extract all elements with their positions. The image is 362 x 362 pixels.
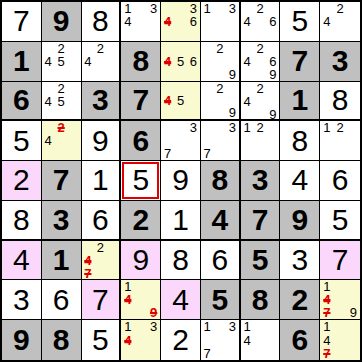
cell-value: 5 [132, 165, 149, 195]
candidate-7: 7 [201, 147, 214, 160]
cell-value: 2 [291, 285, 308, 315]
cell-r3c7[interactable]: 249 [241, 82, 281, 122]
empty-mark [347, 333, 360, 346]
candidate-3: 3 [147, 2, 160, 15]
cell-r7c8[interactable]: 3 [280, 241, 320, 281]
cell-value: 1 [291, 85, 308, 115]
pencil-marks: 137 [201, 320, 239, 360]
candidate-1: 1 [241, 320, 254, 333]
candidate-4: 4 [241, 95, 254, 108]
empty-mark [254, 347, 267, 360]
empty-mark [94, 267, 107, 280]
cell-r9c8[interactable]: 6 [280, 320, 320, 360]
empty-mark [134, 28, 147, 41]
cell-r6c6[interactable]: 4 [201, 201, 241, 241]
cell-r1c6[interactable]: 13 [201, 2, 241, 42]
pencil-marks: 37 [201, 121, 239, 160]
empty-mark [347, 121, 360, 134]
empty-mark [347, 15, 360, 28]
cell-r8c4[interactable]: 149 [121, 280, 161, 320]
cell-value: 8 [132, 46, 149, 76]
cell-r1c1[interactable]: 7 [2, 2, 42, 42]
candidate-3: 3 [226, 121, 239, 134]
empty-mark [213, 15, 226, 28]
cell-r2c5[interactable]: 456 [161, 42, 201, 82]
cell-r5c2[interactable]: 7 [42, 161, 82, 201]
cell-value: 2 [13, 165, 30, 195]
empty-mark [226, 15, 239, 28]
cell-value: 7 [132, 85, 149, 115]
empty-mark [94, 68, 107, 81]
candidate-2: 2 [94, 42, 107, 55]
cell-r1c2[interactable]: 9 [42, 2, 82, 42]
empty-mark [201, 106, 214, 119]
cell-r4c7[interactable]: 12 [241, 121, 281, 161]
empty-mark [320, 147, 333, 160]
cell-r9c7[interactable]: 14 [241, 320, 281, 360]
cell-value: 9 [13, 325, 30, 355]
cell-value: 4 [291, 165, 308, 195]
cell-value: 1 [13, 46, 30, 76]
candidate-9: 9 [267, 68, 280, 81]
cell-r3c5[interactable]: 45 [161, 82, 201, 122]
candidate-2: 2 [333, 121, 346, 134]
cell-value: 7 [332, 245, 349, 275]
sudoku-board: 7981343461324652412452484562924697362453… [0, 0, 362, 362]
cell-value: 6 [332, 165, 349, 195]
cell-r1c3[interactable]: 8 [82, 2, 122, 42]
cell-r3c6[interactable]: 29 [201, 82, 241, 122]
empty-mark [147, 347, 160, 360]
empty-mark [82, 68, 95, 81]
empty-mark [55, 147, 68, 160]
cell-value: 9 [92, 126, 109, 156]
empty-mark [267, 95, 280, 108]
cell-r9c5[interactable]: 2 [161, 320, 201, 360]
candidate-2: 2 [333, 2, 346, 15]
pencil-marks: 134 [121, 2, 160, 41]
candidate-1: 1 [201, 320, 214, 333]
candidate-2: 2 [55, 42, 68, 55]
cell-value: 8 [13, 205, 30, 235]
empty-mark [68, 108, 81, 120]
empty-mark [213, 333, 226, 346]
empty-mark [68, 68, 81, 81]
cell-value: 5 [332, 205, 349, 235]
empty-mark [267, 42, 280, 55]
empty-mark [121, 347, 134, 360]
empty-mark [201, 55, 214, 68]
empty-mark [107, 241, 120, 254]
empty-mark [201, 82, 214, 95]
cell-r1c9[interactable]: 24 [320, 2, 360, 42]
cell-value: 7 [291, 46, 308, 76]
empty-mark [226, 28, 239, 41]
cell-r3c1[interactable]: 6 [2, 82, 42, 122]
eliminated-candidate-4: 4 [82, 254, 95, 267]
empty-mark [241, 28, 254, 41]
empty-mark [333, 280, 346, 293]
cell-value: 3 [252, 165, 269, 195]
pencil-marks: 24 [42, 121, 81, 160]
cell-value: 6 [211, 245, 228, 275]
cell-r4c6[interactable]: 37 [201, 121, 241, 161]
candidate-5: 5 [55, 55, 68, 68]
empty-mark [254, 15, 267, 28]
empty-mark [68, 55, 81, 68]
cell-r9c9[interactable]: 147 [320, 320, 360, 360]
cell-r5c9[interactable]: 6 [320, 161, 360, 201]
pencil-marks: 346 [161, 2, 200, 41]
cell-r1c8[interactable]: 5 [280, 2, 320, 42]
cell-r4c5[interactable]: 37 [161, 121, 201, 161]
candidate-2: 2 [55, 82, 68, 95]
candidate-2: 2 [213, 42, 226, 55]
cell-value: 6 [132, 126, 149, 156]
candidate-9: 9 [226, 68, 239, 81]
cell-r5c6[interactable]: 8 [201, 161, 241, 201]
empty-mark [241, 42, 254, 55]
candidate-4: 4 [241, 15, 254, 28]
empty-mark [107, 68, 120, 81]
cell-r8c1[interactable]: 3 [2, 280, 42, 320]
empty-mark [333, 293, 346, 306]
eliminated-candidate-4: 4 [121, 333, 134, 346]
empty-mark [320, 134, 333, 147]
empty-mark [254, 333, 267, 346]
empty-mark [82, 42, 95, 55]
cell-r6c5[interactable]: 1 [161, 201, 201, 241]
cell-value: 6 [291, 325, 308, 355]
empty-mark [94, 254, 107, 267]
cell-value: 7 [53, 165, 70, 195]
cell-value: 2 [172, 325, 189, 355]
candidate-4: 4 [42, 95, 55, 108]
cell-r7c5[interactable]: 8 [161, 241, 201, 281]
cell-value: 5 [291, 6, 308, 36]
empty-mark [267, 134, 280, 147]
candidate-2: 2 [254, 121, 267, 134]
empty-mark [134, 15, 147, 28]
pencil-marks: 149 [121, 280, 160, 319]
cell-value: 3 [53, 205, 70, 235]
cell-r6c4[interactable]: 2 [121, 201, 161, 241]
pencil-marks: 29 [201, 42, 239, 81]
pencil-marks: 24 [82, 42, 120, 81]
empty-mark [254, 95, 267, 108]
cell-value: 4 [211, 205, 228, 235]
cell-r6c7[interactable]: 7 [241, 201, 281, 241]
empty-mark [254, 68, 267, 81]
candidate-3: 3 [226, 2, 239, 15]
empty-mark [187, 68, 200, 81]
cell-r6c8[interactable]: 9 [280, 201, 320, 241]
eliminated-candidate-4: 4 [161, 94, 174, 107]
empty-mark [147, 333, 160, 346]
empty-mark [226, 55, 239, 68]
cell-r4c9[interactable]: 12 [320, 121, 360, 161]
candidate-5: 5 [174, 94, 187, 107]
cell-r6c3[interactable]: 6 [82, 201, 122, 241]
cell-value: 3 [291, 245, 308, 275]
cell-r2c3[interactable]: 24 [82, 42, 122, 82]
cell-r7c7[interactable]: 5 [241, 241, 281, 281]
empty-mark [347, 320, 360, 333]
cell-r8c5[interactable]: 4 [161, 280, 201, 320]
empty-mark [187, 94, 200, 107]
empty-mark [187, 28, 200, 41]
empty-mark [134, 306, 147, 319]
candidate-4: 4 [320, 15, 333, 28]
empty-mark [134, 293, 147, 306]
empty-mark [201, 68, 214, 81]
cell-r1c4[interactable]: 134 [121, 2, 161, 42]
cell-value: 4 [172, 285, 189, 315]
empty-mark [107, 55, 120, 68]
cell-r2c9[interactable]: 3 [320, 42, 360, 82]
empty-mark [213, 147, 226, 160]
candidate-5: 5 [55, 95, 68, 108]
candidate-7: 7 [161, 147, 174, 160]
empty-mark [213, 121, 226, 134]
pencil-marks: 134 [121, 320, 160, 360]
empty-mark [174, 2, 187, 15]
empty-mark [267, 147, 280, 160]
cell-r6c1[interactable]: 8 [2, 201, 42, 241]
empty-mark [68, 134, 81, 147]
empty-mark [201, 121, 214, 134]
cell-r7c6[interactable]: 6 [201, 241, 241, 281]
candidate-9: 9 [226, 106, 239, 119]
cell-r5c8[interactable]: 4 [280, 161, 320, 201]
empty-mark [333, 347, 346, 360]
empty-mark [134, 347, 147, 360]
cell-r2c8[interactable]: 7 [280, 42, 320, 82]
cell-r9c1[interactable]: 9 [2, 320, 42, 360]
candidate-3: 3 [226, 320, 239, 333]
empty-mark [241, 108, 254, 121]
empty-mark [161, 28, 174, 41]
cell-r3c3[interactable]: 3 [82, 82, 122, 122]
empty-mark [254, 134, 267, 147]
cell-r2c2[interactable]: 245 [42, 42, 82, 82]
cell-r9c4[interactable]: 134 [121, 320, 161, 360]
candidate-1: 1 [121, 320, 134, 333]
candidate-2: 2 [254, 2, 267, 15]
cell-r2c4[interactable]: 8 [121, 42, 161, 82]
eliminated-candidate-4: 4 [161, 55, 174, 68]
empty-mark [121, 306, 134, 319]
empty-mark [226, 134, 239, 147]
cell-r9c3[interactable]: 5 [82, 320, 122, 360]
cell-value: 1 [92, 165, 109, 195]
empty-mark [107, 42, 120, 55]
empty-mark [55, 134, 68, 147]
candidate-7: 7 [201, 347, 214, 360]
empty-mark [241, 134, 254, 147]
empty-mark [267, 320, 280, 333]
empty-mark [333, 147, 346, 160]
empty-mark [68, 42, 81, 55]
cell-r5c5[interactable]: 9 [161, 161, 201, 201]
pencil-marks: 37 [161, 121, 200, 160]
cell-r4c4[interactable]: 6 [121, 121, 161, 161]
cell-r8c3[interactable]: 7 [82, 280, 122, 320]
empty-mark [267, 28, 280, 41]
cell-r8c8[interactable]: 2 [280, 280, 320, 320]
empty-mark [174, 147, 187, 160]
candidate-4: 4 [82, 55, 95, 68]
empty-mark [201, 95, 214, 107]
cell-r6c2[interactable]: 3 [42, 201, 82, 241]
candidate-4: 4 [320, 333, 333, 346]
cell-r7c3[interactable]: 247 [82, 241, 122, 281]
empty-mark [254, 108, 267, 121]
pencil-marks: 14 [241, 320, 280, 360]
empty-mark [267, 347, 280, 360]
empty-mark [254, 147, 267, 160]
candidate-2: 2 [94, 241, 107, 254]
empty-mark [213, 68, 226, 81]
pencil-marks: 456 [161, 42, 200, 81]
empty-mark [174, 134, 187, 147]
cell-r4c2[interactable]: 24 [42, 121, 82, 161]
cell-value: 8 [291, 126, 308, 156]
eliminated-candidate-4: 4 [161, 15, 174, 28]
cell-value: 9 [291, 205, 308, 235]
pencil-marks: 24 [320, 2, 360, 41]
empty-mark [42, 82, 55, 95]
cell-r5c4[interactable]: 5 [121, 161, 161, 201]
cell-r5c3[interactable]: 1 [82, 161, 122, 201]
cell-r5c1[interactable]: 2 [2, 161, 42, 201]
empty-mark [161, 68, 174, 81]
empty-mark [254, 320, 267, 333]
empty-mark [347, 147, 360, 160]
empty-mark [187, 107, 200, 119]
empty-mark [68, 82, 81, 95]
empty-mark [213, 320, 226, 333]
empty-mark [241, 68, 254, 81]
candidate-2: 2 [254, 42, 267, 55]
eliminated-candidate-4: 4 [121, 293, 134, 306]
cell-r7c2[interactable]: 1 [42, 241, 82, 281]
empty-mark [147, 280, 160, 293]
empty-mark [187, 82, 200, 94]
candidate-4: 4 [241, 333, 254, 346]
cell-r2c1[interactable]: 1 [2, 42, 42, 82]
empty-mark [82, 241, 95, 254]
cell-value: 8 [53, 325, 70, 355]
cell-r9c2[interactable]: 8 [42, 320, 82, 360]
cell-r3c4[interactable]: 7 [121, 82, 161, 122]
empty-mark [161, 42, 174, 55]
cell-value: 1 [172, 205, 189, 235]
cell-r2c7[interactable]: 2469 [241, 42, 281, 82]
empty-mark [254, 55, 267, 68]
empty-mark [201, 333, 214, 346]
pencil-marks: 45 [161, 82, 200, 120]
cell-r1c7[interactable]: 246 [241, 2, 281, 42]
pencil-marks: 246 [241, 2, 280, 41]
empty-mark [347, 2, 360, 15]
cell-value: 8 [252, 285, 269, 315]
candidate-4: 4 [42, 134, 55, 147]
cell-r2c6[interactable]: 29 [201, 42, 241, 82]
candidate-1: 1 [201, 2, 214, 15]
empty-mark [68, 121, 81, 134]
pencil-marks: 147 [320, 320, 360, 360]
empty-mark [174, 68, 187, 81]
cell-r8c7[interactable]: 8 [241, 280, 281, 320]
eliminated-candidate-7: 7 [320, 306, 333, 319]
cell-r5c7[interactable]: 3 [241, 161, 281, 201]
pencil-marks: 1479 [320, 280, 360, 319]
pencil-marks: 245 [42, 42, 81, 81]
empty-mark [333, 15, 346, 28]
cell-r7c4[interactable]: 9 [121, 241, 161, 281]
cell-r1c5[interactable]: 346 [161, 2, 201, 42]
cell-value: 5 [92, 325, 109, 355]
cell-r8c2[interactable]: 6 [42, 280, 82, 320]
empty-mark [226, 42, 239, 55]
candidate-6: 6 [187, 15, 200, 28]
empty-mark [267, 82, 280, 95]
candidate-4: 4 [42, 55, 55, 68]
pencil-marks: 2469 [241, 42, 280, 81]
cell-r3c8[interactable]: 1 [280, 82, 320, 122]
empty-mark [213, 55, 226, 68]
cell-r4c8[interactable]: 8 [280, 121, 320, 161]
empty-mark [241, 82, 254, 95]
empty-mark [347, 28, 360, 41]
cell-value: 9 [132, 245, 149, 275]
cell-r6c9[interactable]: 5 [320, 201, 360, 241]
candidate-9: 9 [267, 108, 280, 121]
empty-mark [42, 147, 55, 160]
cell-r7c1[interactable]: 4 [2, 241, 42, 281]
cell-value: 8 [332, 85, 349, 115]
empty-mark [201, 28, 214, 41]
cell-r4c3[interactable]: 9 [82, 121, 122, 161]
cell-r8c9[interactable]: 1479 [320, 280, 360, 320]
empty-mark [174, 42, 187, 55]
candidate-2: 2 [213, 82, 226, 95]
empty-mark [55, 108, 68, 120]
cell-value: 5 [13, 126, 30, 156]
empty-mark [161, 121, 174, 134]
empty-mark [134, 2, 147, 15]
cell-value: 7 [13, 6, 30, 36]
cell-r3c2[interactable]: 245 [42, 82, 82, 122]
cell-r9c6[interactable]: 137 [201, 320, 241, 360]
cell-value: 1 [53, 245, 70, 275]
empty-mark [226, 82, 239, 95]
cell-r4c1[interactable]: 5 [2, 121, 42, 161]
empty-mark [187, 42, 200, 55]
empty-mark [201, 15, 214, 28]
eliminated-candidate-9: 9 [147, 306, 160, 319]
cell-r8c6[interactable]: 5 [201, 280, 241, 320]
empty-mark [213, 28, 226, 41]
candidate-4: 4 [121, 15, 134, 28]
cell-r3c9[interactable]: 8 [320, 82, 360, 122]
empty-mark [187, 147, 200, 160]
cell-value: 5 [252, 245, 269, 275]
empty-mark [226, 347, 239, 360]
cell-r7c9[interactable]: 7 [320, 241, 360, 281]
empty-mark [226, 147, 239, 160]
